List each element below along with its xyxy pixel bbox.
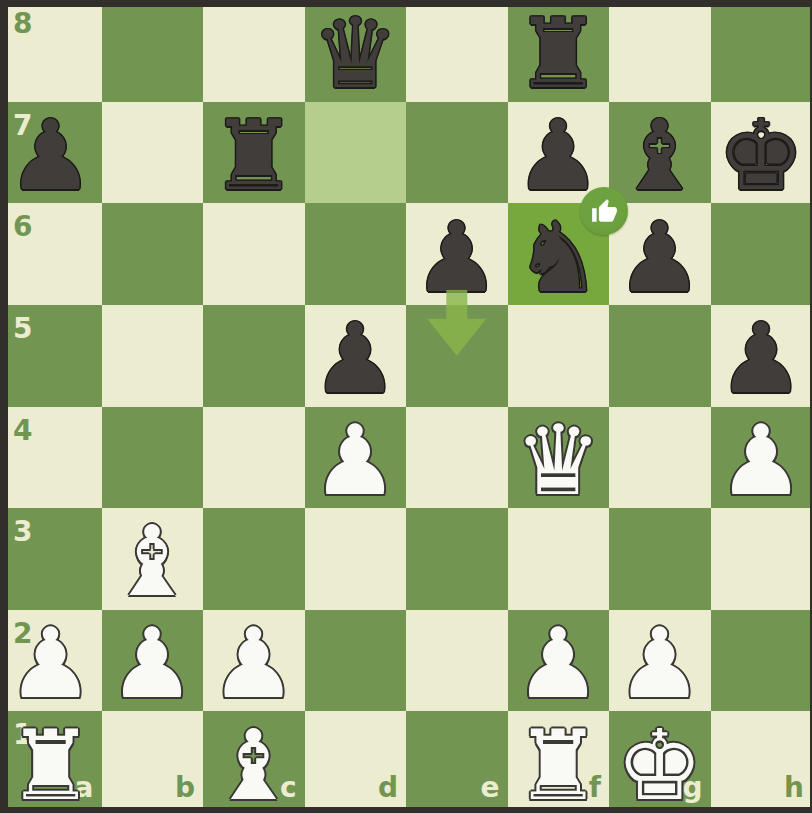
square-b5[interactable]	[102, 305, 204, 407]
piece-white-pawn[interactable]: ♟	[711, 410, 812, 512]
square-f4[interactable]: ♛	[508, 407, 610, 509]
piece-white-king[interactable]: ♚	[609, 714, 711, 813]
square-e7[interactable]	[406, 102, 508, 204]
square-b8[interactable]	[102, 0, 204, 102]
square-e2[interactable]	[406, 610, 508, 712]
square-a1[interactable]: 1a♜	[0, 711, 102, 813]
square-b3[interactable]: ♝	[102, 508, 204, 610]
board-frame-top	[0, 0, 812, 7]
thumbs-up-icon	[591, 198, 618, 225]
square-d3[interactable]	[305, 508, 407, 610]
board-frame-bottom	[0, 807, 812, 813]
square-a8[interactable]: 8	[0, 0, 102, 102]
square-g4[interactable]	[609, 407, 711, 509]
square-e8[interactable]	[406, 0, 508, 102]
rank-label-4: 4	[13, 414, 32, 447]
square-g5[interactable]	[609, 305, 711, 407]
square-d1[interactable]: d	[305, 711, 407, 813]
piece-white-pawn[interactable]: ♟	[609, 613, 711, 715]
square-a6[interactable]: 6	[0, 203, 102, 305]
piece-white-rook[interactable]: ♜	[508, 714, 610, 813]
square-c4[interactable]	[203, 407, 305, 509]
square-d8[interactable]: ♛	[305, 0, 407, 102]
piece-white-pawn[interactable]: ♟	[508, 613, 610, 715]
square-h2[interactable]	[711, 610, 812, 712]
square-g7[interactable]: ♝	[609, 102, 711, 204]
piece-black-pawn[interactable]: ♟	[0, 105, 102, 207]
rank-label-3: 3	[13, 515, 32, 548]
square-g1[interactable]: g♚	[609, 711, 711, 813]
square-d2[interactable]	[305, 610, 407, 712]
rank-label-6: 6	[13, 210, 32, 243]
piece-white-pawn[interactable]: ♟	[102, 613, 204, 715]
square-e1[interactable]: e	[406, 711, 508, 813]
square-h4[interactable]: ♟	[711, 407, 812, 509]
piece-white-bishop[interactable]: ♝	[203, 714, 305, 813]
square-h6[interactable]	[711, 203, 812, 305]
piece-white-rook[interactable]: ♜	[0, 714, 102, 813]
square-f2[interactable]: ♟	[508, 610, 610, 712]
good-move-badge	[580, 187, 628, 235]
square-c3[interactable]	[203, 508, 305, 610]
piece-white-queen[interactable]: ♛	[508, 410, 610, 512]
square-f5[interactable]	[508, 305, 610, 407]
square-b7[interactable]	[102, 102, 204, 204]
square-b6[interactable]	[102, 203, 204, 305]
piece-white-bishop[interactable]: ♝	[102, 511, 204, 613]
piece-black-pawn[interactable]: ♟	[305, 308, 407, 410]
square-f1[interactable]: f♜	[508, 711, 610, 813]
square-d5[interactable]: ♟	[305, 305, 407, 407]
chess-app-board: 8♛♜7♟♜♟♝♚6♟♞♟5♟♟4♟♛♟3♝2♟♟♟♟♟1a♜bc♝def♜g♚…	[0, 0, 812, 813]
square-c5[interactable]	[203, 305, 305, 407]
piece-black-queen[interactable]: ♛	[305, 3, 407, 105]
piece-black-rook[interactable]: ♜	[508, 3, 610, 105]
square-c1[interactable]: c♝	[203, 711, 305, 813]
square-a7[interactable]: 7♟	[0, 102, 102, 204]
piece-black-pawn[interactable]: ♟	[711, 308, 812, 410]
square-f8[interactable]: ♜	[508, 0, 610, 102]
square-h5[interactable]: ♟	[711, 305, 812, 407]
square-h7[interactable]: ♚	[711, 102, 812, 204]
piece-black-bishop[interactable]: ♝	[609, 105, 711, 207]
square-d7[interactable]	[305, 102, 407, 204]
square-c6[interactable]	[203, 203, 305, 305]
square-b4[interactable]	[102, 407, 204, 509]
piece-white-pawn[interactable]: ♟	[203, 613, 305, 715]
square-e5[interactable]	[406, 305, 508, 407]
square-a5[interactable]: 5	[0, 305, 102, 407]
piece-black-rook[interactable]: ♜	[203, 105, 305, 207]
file-label-d: d	[378, 771, 398, 804]
square-c8[interactable]	[203, 0, 305, 102]
piece-white-pawn[interactable]: ♟	[305, 410, 407, 512]
square-h3[interactable]	[711, 508, 812, 610]
square-g8[interactable]	[609, 0, 711, 102]
square-c2[interactable]: ♟	[203, 610, 305, 712]
square-g2[interactable]: ♟	[609, 610, 711, 712]
square-f3[interactable]	[508, 508, 610, 610]
square-d6[interactable]	[305, 203, 407, 305]
rank-label-5: 5	[13, 312, 32, 345]
file-label-h: h	[784, 771, 804, 804]
square-d4[interactable]: ♟	[305, 407, 407, 509]
square-e6[interactable]: ♟	[406, 203, 508, 305]
square-h8[interactable]	[711, 0, 812, 102]
board-frame-left	[0, 0, 8, 813]
file-label-e: e	[481, 771, 500, 804]
file-label-b: b	[175, 771, 195, 804]
piece-white-pawn[interactable]: ♟	[0, 613, 102, 715]
square-g3[interactable]	[609, 508, 711, 610]
square-e4[interactable]	[406, 407, 508, 509]
square-a2[interactable]: 2♟	[0, 610, 102, 712]
square-b2[interactable]: ♟	[102, 610, 204, 712]
square-h1[interactable]: h	[711, 711, 812, 813]
piece-black-king[interactable]: ♚	[711, 105, 812, 207]
rank-label-8: 8	[13, 7, 32, 40]
square-a4[interactable]: 4	[0, 407, 102, 509]
chess-board: 8♛♜7♟♜♟♝♚6♟♞♟5♟♟4♟♛♟3♝2♟♟♟♟♟1a♜bc♝def♜g♚…	[0, 0, 812, 813]
square-a3[interactable]: 3	[0, 508, 102, 610]
piece-black-pawn[interactable]: ♟	[406, 206, 508, 308]
square-c7[interactable]: ♜	[203, 102, 305, 204]
square-b1[interactable]: b	[102, 711, 204, 813]
square-e3[interactable]	[406, 508, 508, 610]
